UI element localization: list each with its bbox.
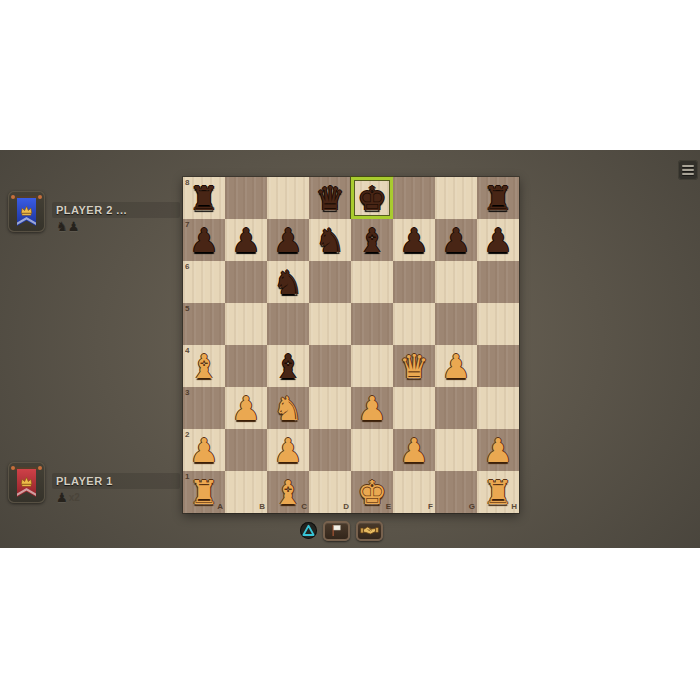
square-d6[interactable]: [309, 261, 351, 303]
square-d3[interactable]: [309, 387, 351, 429]
piece-bK-e8[interactable]: ♚: [351, 177, 393, 219]
square-h8[interactable]: ♜: [477, 177, 519, 219]
player-top-captured-pieces: ♞♟: [52, 219, 180, 234]
square-c2[interactable]: ♟: [267, 429, 309, 471]
square-a6[interactable]: 6: [183, 261, 225, 303]
file-label-d: D: [343, 503, 349, 511]
square-h3[interactable]: [477, 387, 519, 429]
square-c4[interactable]: ♝: [267, 345, 309, 387]
piece-bP-g7[interactable]: ♟: [435, 219, 477, 261]
piece-wR-a1[interactable]: ♜: [183, 471, 225, 513]
square-c1[interactable]: C♝: [267, 471, 309, 513]
square-h5[interactable]: [477, 303, 519, 345]
triangle-button-hint[interactable]: [300, 522, 317, 539]
piece-bN-c6[interactable]: ♞: [267, 261, 309, 303]
piece-wR-h1[interactable]: ♜: [477, 471, 519, 513]
captured-count: x2: [69, 492, 80, 503]
square-h2[interactable]: ♟: [477, 429, 519, 471]
square-f2[interactable]: ♟: [393, 429, 435, 471]
square-f3[interactable]: [393, 387, 435, 429]
square-e4[interactable]: [351, 345, 393, 387]
piece-wP-h2[interactable]: ♟: [477, 429, 519, 471]
player-top-banner: [17, 198, 36, 226]
square-f6[interactable]: [393, 261, 435, 303]
square-d2[interactable]: [309, 429, 351, 471]
piece-bP-a7[interactable]: ♟: [183, 219, 225, 261]
square-b6[interactable]: [225, 261, 267, 303]
square-e5[interactable]: [351, 303, 393, 345]
game-scene: 8♜♛♚♜7♟♟♟♞♝♟♟♟6♞54♝♝♛♟3♟♞♟2♟♟♟♟1A♜BC♝DE♚…: [0, 150, 700, 548]
square-h7[interactable]: ♟: [477, 219, 519, 261]
file-label-f: F: [428, 503, 433, 511]
square-c7[interactable]: ♟: [267, 219, 309, 261]
square-h6[interactable]: [477, 261, 519, 303]
square-a2[interactable]: 2♟: [183, 429, 225, 471]
captured-pawn-icon: ♟: [56, 491, 68, 504]
piece-bR-h8[interactable]: ♜: [477, 177, 519, 219]
player-top-plate: PLAYER 2 ... ♞♟: [8, 191, 180, 234]
square-b1[interactable]: B: [225, 471, 267, 513]
piece-wB-c1[interactable]: ♝: [267, 471, 309, 513]
square-f1[interactable]: F: [393, 471, 435, 513]
square-e7[interactable]: ♝: [351, 219, 393, 261]
square-d4[interactable]: [309, 345, 351, 387]
rank-label-5: 5: [185, 305, 189, 313]
hamburger-icon-bar: [682, 173, 694, 175]
game-toolbar: [300, 520, 383, 541]
square-g4[interactable]: ♟: [435, 345, 477, 387]
square-f5[interactable]: [393, 303, 435, 345]
square-a1[interactable]: 1A♜: [183, 471, 225, 513]
banner-chevron: [17, 216, 36, 225]
player-top-badge: [8, 191, 45, 232]
piece-bP-h7[interactable]: ♟: [477, 219, 519, 261]
square-a7[interactable]: 7♟: [183, 219, 225, 261]
piece-wK-e1[interactable]: ♚: [351, 471, 393, 513]
square-b8[interactable]: [225, 177, 267, 219]
piece-bP-b7[interactable]: ♟: [225, 219, 267, 261]
player-top-name: PLAYER 2 ...: [52, 202, 180, 218]
piece-wN-c3[interactable]: ♞: [267, 387, 309, 429]
piece-wP-c2[interactable]: ♟: [267, 429, 309, 471]
square-d1[interactable]: D: [309, 471, 351, 513]
square-f4[interactable]: ♛: [393, 345, 435, 387]
hamburger-icon-bar: [682, 169, 694, 171]
piece-wB-a4[interactable]: ♝: [183, 345, 225, 387]
square-g5[interactable]: [435, 303, 477, 345]
player-bottom-plate: PLAYER 1 ♟x2: [8, 462, 180, 505]
square-e6[interactable]: [351, 261, 393, 303]
square-g3[interactable]: [435, 387, 477, 429]
piece-bN-d7[interactable]: ♞: [309, 219, 351, 261]
piece-wP-f2[interactable]: ♟: [393, 429, 435, 471]
offer-draw-button[interactable]: [356, 521, 383, 541]
piece-bP-c7[interactable]: ♟: [267, 219, 309, 261]
square-c8[interactable]: [267, 177, 309, 219]
menu-button[interactable]: [678, 160, 698, 180]
square-d7[interactable]: ♞: [309, 219, 351, 261]
piece-wP-b3[interactable]: ♟: [225, 387, 267, 429]
chess-board[interactable]: 8♜♛♚♜7♟♟♟♞♝♟♟♟6♞54♝♝♛♟3♟♞♟2♟♟♟♟1A♜BC♝DE♚…: [183, 177, 519, 513]
square-d8[interactable]: ♛: [309, 177, 351, 219]
square-d5[interactable]: [309, 303, 351, 345]
piece-bQ-d8[interactable]: ♛: [309, 177, 351, 219]
banner-chevron: [17, 487, 36, 496]
player-bottom-name: PLAYER 1: [52, 473, 180, 489]
player-bottom-badge: [8, 462, 45, 503]
piece-wP-g4[interactable]: ♟: [435, 345, 477, 387]
square-e1[interactable]: E♚: [351, 471, 393, 513]
piece-bP-f7[interactable]: ♟: [393, 219, 435, 261]
resign-button[interactable]: [323, 521, 350, 541]
square-b2[interactable]: [225, 429, 267, 471]
square-b3[interactable]: ♟: [225, 387, 267, 429]
rank-label-6: 6: [185, 263, 189, 271]
handshake-icon: [360, 525, 379, 536]
flag-icon: [330, 524, 343, 537]
captured-knight-icon: ♞: [56, 220, 68, 233]
piece-wP-e3[interactable]: ♟: [351, 387, 393, 429]
square-c6[interactable]: ♞: [267, 261, 309, 303]
captured-pawn-icon: ♟: [68, 220, 80, 233]
crown-icon: [20, 205, 33, 216]
triangle-icon: [302, 524, 315, 537]
file-label-b: B: [259, 503, 265, 511]
square-a5[interactable]: 5: [183, 303, 225, 345]
piece-wP-a2[interactable]: ♟: [183, 429, 225, 471]
rank-label-3: 3: [185, 389, 189, 397]
square-c3[interactable]: ♞: [267, 387, 309, 429]
square-a8[interactable]: 8♜: [183, 177, 225, 219]
square-g1[interactable]: G: [435, 471, 477, 513]
square-c5[interactable]: [267, 303, 309, 345]
piece-bB-e7[interactable]: ♝: [351, 219, 393, 261]
square-e2[interactable]: [351, 429, 393, 471]
square-e3[interactable]: ♟: [351, 387, 393, 429]
square-b5[interactable]: [225, 303, 267, 345]
square-g7[interactable]: ♟: [435, 219, 477, 261]
square-g6[interactable]: [435, 261, 477, 303]
square-a4[interactable]: 4♝: [183, 345, 225, 387]
square-a3[interactable]: 3: [183, 387, 225, 429]
square-g8[interactable]: [435, 177, 477, 219]
square-h4[interactable]: [477, 345, 519, 387]
square-f7[interactable]: ♟: [393, 219, 435, 261]
square-f8[interactable]: [393, 177, 435, 219]
square-h1[interactable]: H♜: [477, 471, 519, 513]
square-g2[interactable]: [435, 429, 477, 471]
crown-icon: [20, 476, 33, 487]
player-bottom-captured-pieces: ♟x2: [52, 490, 180, 505]
player-bottom-banner: [17, 469, 36, 497]
piece-bR-a8[interactable]: ♜: [183, 177, 225, 219]
square-e8[interactable]: ♚: [351, 177, 393, 219]
square-b4[interactable]: [225, 345, 267, 387]
piece-bB-c4[interactable]: ♝: [267, 345, 309, 387]
square-b7[interactable]: ♟: [225, 219, 267, 261]
file-label-g: G: [469, 503, 475, 511]
piece-wQ-f4[interactable]: ♛: [393, 345, 435, 387]
hamburger-icon-bar: [682, 165, 694, 167]
